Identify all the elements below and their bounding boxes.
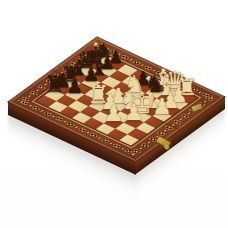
product-photo-chess-set: ♞♟♝♛♜♚♟♟♞♝♟♛♝♞♟♝♟♟♟♜♟♞♚♟♟♜♟♟♜♟ xyxy=(0,0,228,228)
